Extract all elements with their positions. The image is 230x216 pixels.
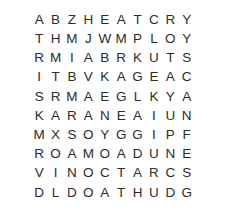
grid-cell-r6c2[interactable]: A — [47, 106, 63, 125]
grid-cell-r8c5[interactable]: O — [97, 144, 113, 163]
grid-cell-r6c9[interactable]: U — [162, 106, 178, 125]
grid-cell-r10c2[interactable]: L — [47, 183, 63, 202]
grid-cell-r3c6[interactable]: R — [113, 48, 129, 67]
grid-cell-r8c3[interactable]: A — [64, 144, 80, 163]
grid-cell-r7c1[interactable]: M — [31, 125, 47, 144]
grid-cell-r1c8[interactable]: C — [146, 10, 162, 29]
grid-cell-r6c8[interactable]: I — [146, 106, 162, 125]
grid-cell-r3c8[interactable]: U — [146, 48, 162, 67]
grid-cell-r1c1[interactable]: A — [31, 10, 47, 29]
grid-cell-r4c6[interactable]: A — [113, 68, 129, 87]
grid-cell-r3c1[interactable]: R — [31, 48, 47, 67]
grid-cell-r1c10[interactable]: Y — [179, 10, 195, 29]
grid-cell-r10c1[interactable]: D — [31, 183, 47, 202]
grid-cell-r2c4[interactable]: J — [80, 29, 96, 48]
grid-cell-r6c3[interactable]: R — [64, 106, 80, 125]
grid-cell-r3c7[interactable]: K — [129, 48, 145, 67]
grid-cell-r2c6[interactable]: M — [113, 29, 129, 48]
grid-cell-r7c5[interactable]: Y — [97, 125, 113, 144]
grid-cell-r2c1[interactable]: T — [31, 29, 47, 48]
grid-cell-r7c2[interactable]: X — [47, 125, 63, 144]
grid-cell-r10c4[interactable]: O — [80, 183, 96, 202]
grid-cell-r9c10[interactable]: S — [179, 164, 195, 183]
grid-cell-r9c5[interactable]: C — [97, 164, 113, 183]
grid-cell-r8c8[interactable]: U — [146, 144, 162, 163]
grid-cell-r4c7[interactable]: G — [129, 68, 145, 87]
grid-cell-r7c8[interactable]: I — [146, 125, 162, 144]
grid-cell-r8c10[interactable]: E — [179, 144, 195, 163]
grid-cell-r5c2[interactable]: R — [47, 87, 63, 106]
grid-cell-r9c2[interactable]: I — [47, 164, 63, 183]
grid-cell-r3c9[interactable]: T — [162, 48, 178, 67]
grid-cell-r3c4[interactable]: A — [80, 48, 96, 67]
grid-cell-r2c2[interactable]: H — [47, 29, 63, 48]
grid-cell-r3c2[interactable]: M — [47, 48, 63, 67]
grid-cell-r1c9[interactable]: R — [162, 10, 178, 29]
grid-cell-r1c7[interactable]: T — [129, 10, 145, 29]
grid-cell-r3c5[interactable]: B — [97, 48, 113, 67]
grid-cell-r10c9[interactable]: D — [162, 183, 178, 202]
grid-cell-r7c10[interactable]: F — [179, 125, 195, 144]
grid-cell-r10c10[interactable]: G — [179, 183, 195, 202]
grid-cell-r2c3[interactable]: M — [64, 29, 80, 48]
grid-cell-r6c4[interactable]: A — [80, 106, 96, 125]
grid-cell-r9c1[interactable]: V — [31, 164, 47, 183]
grid-cell-r4c8[interactable]: E — [146, 68, 162, 87]
grid-cell-r9c6[interactable]: T — [113, 164, 129, 183]
grid-cell-r4c9[interactable]: A — [162, 68, 178, 87]
grid-cell-r1c3[interactable]: Z — [64, 10, 80, 29]
grid-cell-r8c7[interactable]: D — [129, 144, 145, 163]
grid-cell-r2c10[interactable]: Y — [179, 29, 195, 48]
grid-cell-r1c4[interactable]: H — [80, 10, 96, 29]
grid-cell-r4c3[interactable]: B — [64, 68, 80, 87]
grid-cell-r6c7[interactable]: A — [129, 106, 145, 125]
grid-cell-r3c3[interactable]: I — [64, 48, 80, 67]
grid-cell-r5c8[interactable]: K — [146, 87, 162, 106]
grid-cell-r9c4[interactable]: O — [80, 164, 96, 183]
grid-cell-r3c10[interactable]: S — [179, 48, 195, 67]
grid-cell-r7c9[interactable]: P — [162, 125, 178, 144]
grid-cell-r9c9[interactable]: C — [162, 164, 178, 183]
grid-cell-r1c2[interactable]: B — [47, 10, 63, 29]
grid-cell-r8c6[interactable]: A — [113, 144, 129, 163]
grid-cell-r4c10[interactable]: C — [179, 68, 195, 87]
grid-cell-r4c5[interactable]: K — [97, 68, 113, 87]
grid-cell-r7c4[interactable]: O — [80, 125, 96, 144]
grid-cell-r5c6[interactable]: G — [113, 87, 129, 106]
grid-cell-r5c9[interactable]: Y — [162, 87, 178, 106]
grid-cell-r8c9[interactable]: N — [162, 144, 178, 163]
grid-cell-r10c5[interactable]: A — [97, 183, 113, 202]
word-search-grid: ABZHEATCRYTHMJWMPLOYRMIABRKUTSITBVKAGEAC… — [31, 10, 195, 202]
grid-cell-r5c5[interactable]: E — [97, 87, 113, 106]
grid-cell-r10c3[interactable]: D — [64, 183, 80, 202]
grid-cell-r7c6[interactable]: G — [113, 125, 129, 144]
grid-cell-r6c1[interactable]: K — [31, 106, 47, 125]
grid-cell-r4c2[interactable]: T — [47, 68, 63, 87]
grid-cell-r9c3[interactable]: N — [64, 164, 80, 183]
grid-cell-r8c1[interactable]: R — [31, 144, 47, 163]
grid-cell-r2c7[interactable]: P — [129, 29, 145, 48]
grid-cell-r4c4[interactable]: V — [80, 68, 96, 87]
grid-cell-r7c3[interactable]: S — [64, 125, 80, 144]
grid-cell-r2c5[interactable]: W — [97, 29, 113, 48]
grid-cell-r1c6[interactable]: A — [113, 10, 129, 29]
grid-cell-r10c8[interactable]: U — [146, 183, 162, 202]
grid-cell-r8c2[interactable]: O — [47, 144, 63, 163]
grid-cell-r10c7[interactable]: H — [129, 183, 145, 202]
grid-cell-r6c5[interactable]: N — [97, 106, 113, 125]
grid-cell-r9c7[interactable]: A — [129, 164, 145, 183]
grid-cell-r2c8[interactable]: L — [146, 29, 162, 48]
grid-cell-r5c7[interactable]: L — [129, 87, 145, 106]
grid-cell-r7c7[interactable]: G — [129, 125, 145, 144]
grid-cell-r6c6[interactable]: E — [113, 106, 129, 125]
grid-cell-r4c1[interactable]: I — [31, 68, 47, 87]
grid-cell-r5c10[interactable]: A — [179, 87, 195, 106]
grid-cell-r9c8[interactable]: R — [146, 164, 162, 183]
grid-cell-r5c3[interactable]: M — [64, 87, 80, 106]
grid-cell-r6c10[interactable]: N — [179, 106, 195, 125]
grid-cell-r1c5[interactable]: E — [97, 10, 113, 29]
grid-cell-r2c9[interactable]: O — [162, 29, 178, 48]
grid-cell-r8c4[interactable]: M — [80, 144, 96, 163]
grid-cell-r5c4[interactable]: A — [80, 87, 96, 106]
grid-cell-r5c1[interactable]: S — [31, 87, 47, 106]
grid-cell-r10c6[interactable]: T — [113, 183, 129, 202]
